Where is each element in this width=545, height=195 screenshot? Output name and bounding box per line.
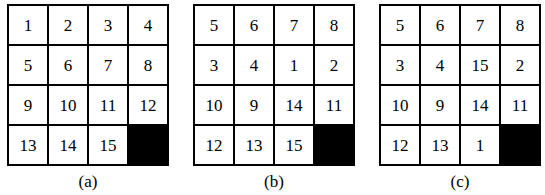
tile-4: 4	[129, 6, 167, 44]
board-label-a: (a)	[79, 172, 98, 192]
tile-10: 10	[195, 86, 233, 124]
tile-14: 14	[275, 86, 313, 124]
tile-8: 8	[129, 46, 167, 84]
tile-7: 7	[461, 6, 499, 44]
board-label-b: (b)	[264, 172, 284, 192]
tile-2: 2	[315, 46, 353, 84]
tile-6: 6	[49, 46, 87, 84]
tile-3: 3	[381, 46, 419, 84]
tile-9: 9	[235, 86, 273, 124]
tile-10: 10	[381, 86, 419, 124]
tile-9: 9	[421, 86, 459, 124]
tile-14: 14	[49, 126, 87, 164]
tile-15: 15	[461, 46, 499, 84]
tile-12: 12	[381, 126, 419, 164]
tile-5: 5	[9, 46, 47, 84]
puzzle-c: 567834152109141112131 (c)	[379, 4, 541, 192]
tile-2: 2	[49, 6, 87, 44]
tile-9: 9	[9, 86, 47, 124]
puzzle-b: 567834121091411121315 (b)	[193, 4, 355, 192]
tile-6: 6	[421, 6, 459, 44]
blank-cell	[315, 126, 353, 164]
tile-13: 13	[9, 126, 47, 164]
tile-10: 10	[49, 86, 87, 124]
tile-15: 15	[89, 126, 127, 164]
blank-cell	[129, 126, 167, 164]
tile-4: 4	[235, 46, 273, 84]
tile-14: 14	[461, 86, 499, 124]
tile-7: 7	[89, 46, 127, 84]
tile-13: 13	[235, 126, 273, 164]
tile-12: 12	[129, 86, 167, 124]
tile-12: 12	[195, 126, 233, 164]
tile-2: 2	[501, 46, 539, 84]
tile-5: 5	[381, 6, 419, 44]
tile-6: 6	[235, 6, 273, 44]
tile-11: 11	[315, 86, 353, 124]
tile-8: 8	[315, 6, 353, 44]
tile-11: 11	[501, 86, 539, 124]
tile-1: 1	[275, 46, 313, 84]
puzzle-board-b: 567834121091411121315	[193, 4, 355, 166]
tile-13: 13	[421, 126, 459, 164]
tile-1: 1	[9, 6, 47, 44]
puzzle-board-a: 123456789101112131415	[7, 4, 169, 166]
blank-cell	[501, 126, 539, 164]
tile-11: 11	[89, 86, 127, 124]
puzzle-board-c: 567834152109141112131	[379, 4, 541, 166]
tile-3: 3	[89, 6, 127, 44]
tile-15: 15	[275, 126, 313, 164]
tile-8: 8	[501, 6, 539, 44]
tile-3: 3	[195, 46, 233, 84]
tile-4: 4	[421, 46, 459, 84]
puzzle-figure-row: 123456789101112131415 (a) 56783412109141…	[0, 0, 545, 192]
tile-7: 7	[275, 6, 313, 44]
tile-1: 1	[461, 126, 499, 164]
board-label-c: (c)	[451, 172, 470, 192]
tile-5: 5	[195, 6, 233, 44]
puzzle-a: 123456789101112131415 (a)	[7, 4, 169, 192]
